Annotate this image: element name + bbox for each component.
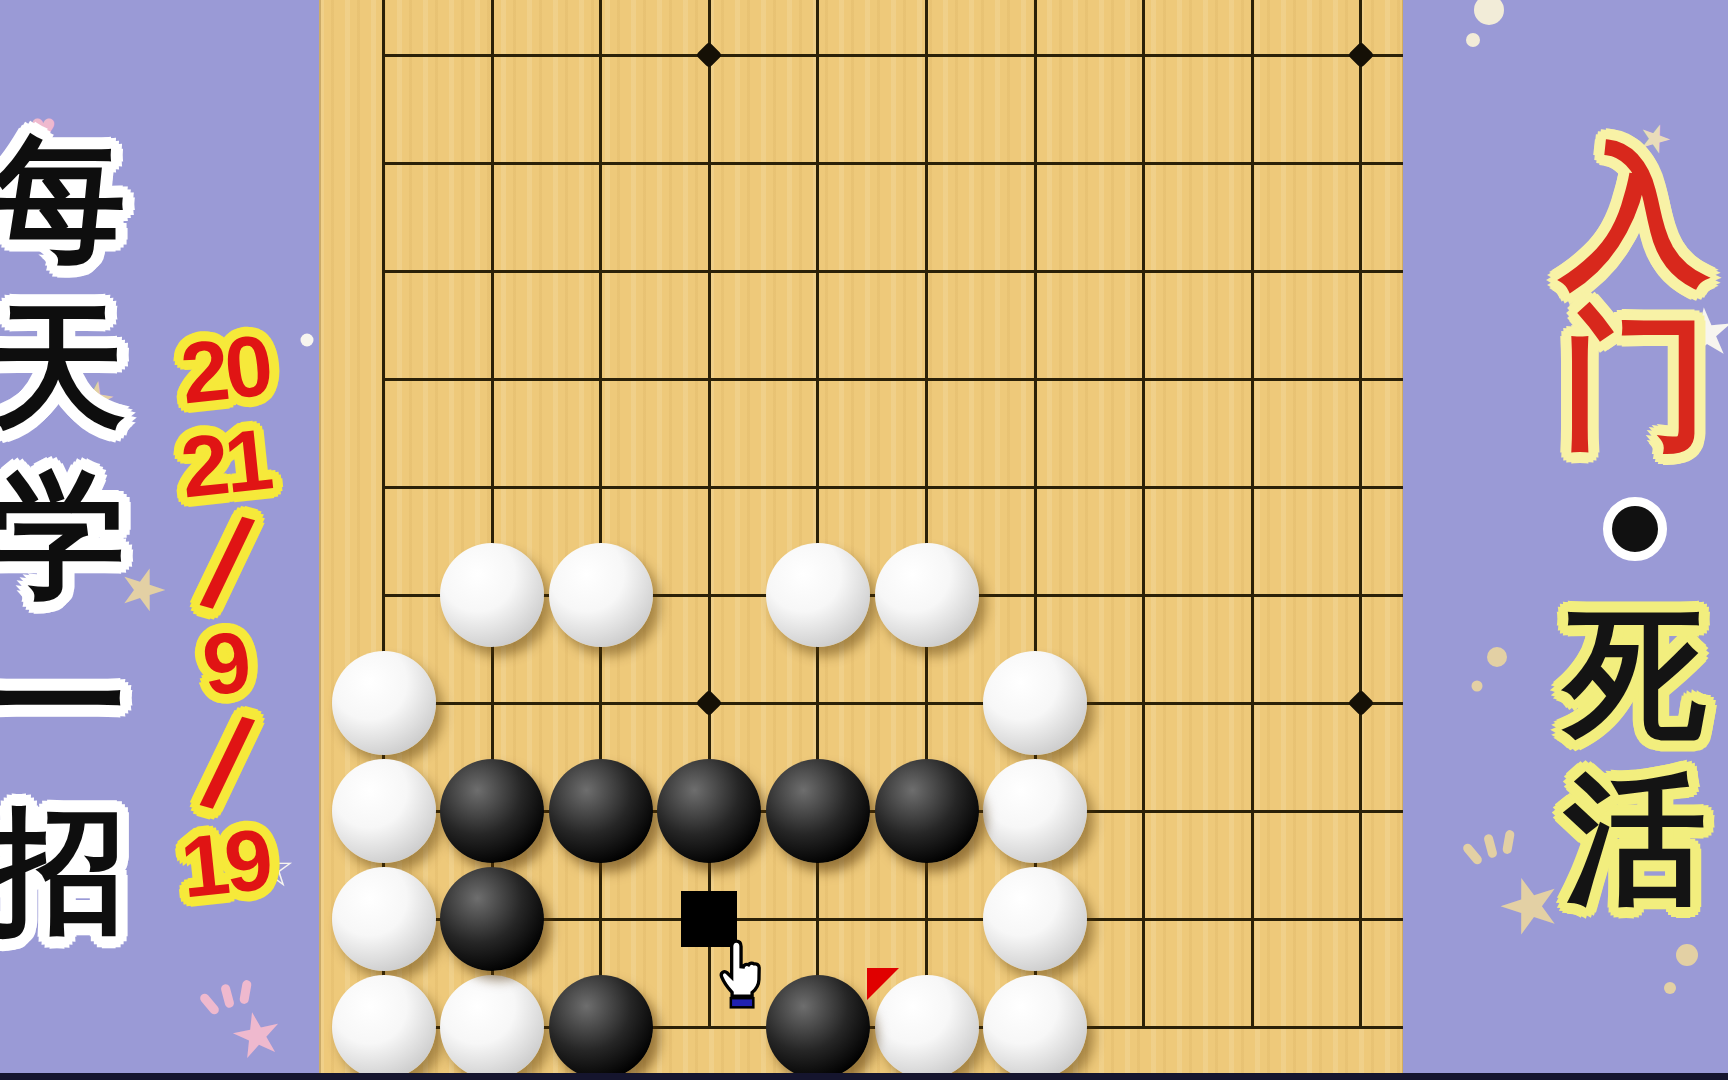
page: 每天学一招 2021/9/19 入 门 死 活 ♥★★☆★★★★ bbox=[0, 0, 1728, 1080]
grid-hline bbox=[382, 486, 1403, 489]
hoshi-point bbox=[1347, 690, 1374, 717]
black-stone bbox=[440, 867, 544, 971]
separator-dot-icon bbox=[1603, 497, 1667, 561]
hoshi-point bbox=[696, 42, 723, 69]
white-stone bbox=[983, 975, 1087, 1079]
white-stone bbox=[983, 759, 1087, 863]
black-stone bbox=[440, 759, 544, 863]
white-stone bbox=[875, 543, 979, 647]
decor-sparkle-dashes bbox=[205, 980, 255, 1010]
white-stone bbox=[332, 975, 436, 1079]
black-stone bbox=[766, 975, 870, 1079]
grid-hline bbox=[382, 702, 1403, 705]
date-part: 20 bbox=[176, 318, 273, 421]
black-stone bbox=[766, 759, 870, 863]
decor-star: ★ bbox=[224, 1000, 289, 1070]
decor-dot bbox=[1466, 33, 1480, 47]
banner-char-men: 门 bbox=[1560, 300, 1710, 465]
white-stone bbox=[440, 543, 544, 647]
decor-dot bbox=[301, 334, 314, 347]
right-banner-column: 入 门 死 活 bbox=[1550, 135, 1720, 923]
title-char: 学 bbox=[0, 452, 126, 620]
black-stone bbox=[875, 759, 979, 863]
decor-dot bbox=[1487, 647, 1507, 667]
red-triangle-marker bbox=[867, 968, 899, 1000]
title-char: 每 bbox=[0, 116, 126, 284]
grid-vline bbox=[708, 0, 711, 1029]
video-bottom-edge bbox=[0, 1073, 1728, 1080]
white-stone bbox=[983, 867, 1087, 971]
banner-char-huo: 活 bbox=[1564, 758, 1706, 923]
grid-vline bbox=[599, 0, 602, 1029]
decor-dot bbox=[1664, 982, 1676, 994]
decor-dot bbox=[1472, 681, 1483, 692]
grid-vline bbox=[925, 0, 928, 1029]
hand-cursor-icon bbox=[715, 934, 765, 1014]
white-stone bbox=[332, 867, 436, 971]
white-stone bbox=[440, 975, 544, 1079]
date-part: 21 bbox=[176, 412, 273, 515]
date-column: 2021/9/19 bbox=[160, 322, 290, 910]
grid-vline bbox=[1251, 0, 1254, 1029]
decor-dot bbox=[1474, 0, 1504, 25]
title-char: 天 bbox=[0, 284, 126, 452]
title-char: 一 bbox=[0, 620, 126, 788]
go-board[interactable] bbox=[319, 0, 1403, 1080]
date-slash: / bbox=[195, 702, 255, 824]
left-title-column: 每天学一招 bbox=[0, 116, 128, 956]
banner-char-si: 死 bbox=[1564, 593, 1706, 758]
white-stone bbox=[766, 543, 870, 647]
hoshi-point bbox=[1347, 42, 1374, 69]
grid-hline bbox=[382, 162, 1403, 165]
black-stone bbox=[657, 759, 761, 863]
black-stone bbox=[549, 975, 653, 1079]
title-char: 招 bbox=[0, 788, 126, 956]
grid-hline bbox=[382, 378, 1403, 381]
white-stone bbox=[549, 543, 653, 647]
hoshi-point bbox=[696, 690, 723, 717]
grid-hline bbox=[382, 54, 1403, 57]
decor-dot bbox=[1676, 944, 1698, 966]
grid-vline bbox=[816, 0, 819, 1029]
black-stone bbox=[549, 759, 653, 863]
white-stone bbox=[983, 651, 1087, 755]
grid-hline bbox=[382, 270, 1403, 273]
white-stone bbox=[332, 759, 436, 863]
banner-char-ru: 入 bbox=[1560, 135, 1710, 300]
decor-sparkle-dashes bbox=[1468, 830, 1518, 860]
white-stone bbox=[332, 651, 436, 755]
date-part: 19 bbox=[176, 812, 273, 915]
date-slash: / bbox=[195, 502, 255, 624]
grid-vline bbox=[1359, 0, 1362, 1029]
grid-vline bbox=[1142, 0, 1145, 1029]
